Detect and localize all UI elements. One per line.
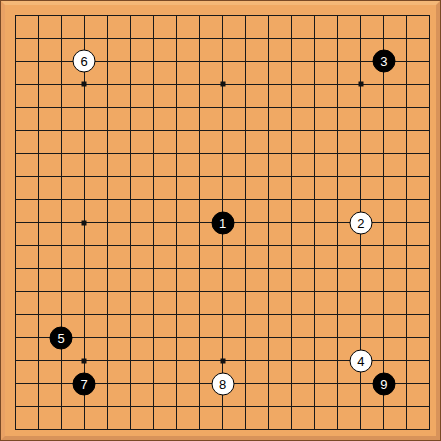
board-cell[interactable] <box>223 39 246 62</box>
board-cell[interactable] <box>223 177 246 200</box>
board-cell[interactable] <box>154 177 177 200</box>
board-cell[interactable] <box>154 407 177 430</box>
board-cell[interactable] <box>361 407 384 430</box>
board-cell[interactable] <box>200 16 223 39</box>
board-cell[interactable] <box>39 177 62 200</box>
board-cell[interactable] <box>269 200 292 223</box>
board-cell[interactable] <box>39 361 62 384</box>
board-cell[interactable] <box>246 85 269 108</box>
board-cell[interactable] <box>384 269 407 292</box>
board-cell[interactable] <box>338 246 361 269</box>
board-cell[interactable] <box>131 131 154 154</box>
board-cell[interactable] <box>246 108 269 131</box>
board-cell[interactable] <box>338 39 361 62</box>
board-cell[interactable] <box>223 292 246 315</box>
board-cell[interactable] <box>223 154 246 177</box>
board-cell[interactable] <box>246 177 269 200</box>
board-cell[interactable] <box>384 292 407 315</box>
board-cell[interactable] <box>154 315 177 338</box>
board-cell[interactable] <box>16 315 39 338</box>
board-cell[interactable] <box>269 246 292 269</box>
board-cell[interactable] <box>108 407 131 430</box>
board-cell[interactable] <box>384 407 407 430</box>
board-cell[interactable] <box>108 384 131 407</box>
board-cell[interactable] <box>62 16 85 39</box>
board-cell[interactable] <box>361 16 384 39</box>
board-cell[interactable] <box>407 246 430 269</box>
board-cell[interactable] <box>200 131 223 154</box>
board-cell[interactable] <box>315 384 338 407</box>
board-cell[interactable] <box>407 292 430 315</box>
board-cell[interactable] <box>315 269 338 292</box>
board-cell[interactable] <box>315 246 338 269</box>
board-cell[interactable] <box>108 292 131 315</box>
board-cell[interactable] <box>85 131 108 154</box>
board-cell[interactable] <box>131 315 154 338</box>
board-cell[interactable] <box>361 269 384 292</box>
board-cell[interactable] <box>131 246 154 269</box>
board-cell[interactable] <box>223 131 246 154</box>
board-cell[interactable] <box>16 269 39 292</box>
star-point <box>82 82 87 87</box>
board-cell[interactable] <box>223 16 246 39</box>
board-cell[interactable] <box>407 338 430 361</box>
board-cell[interactable] <box>246 39 269 62</box>
board-cell[interactable] <box>62 246 85 269</box>
board-cell[interactable] <box>154 131 177 154</box>
board-cell[interactable] <box>177 131 200 154</box>
board-cell[interactable] <box>131 39 154 62</box>
board-cell[interactable] <box>407 62 430 85</box>
board-cell[interactable] <box>154 338 177 361</box>
board-cell[interactable] <box>39 39 62 62</box>
board-cell[interactable] <box>292 62 315 85</box>
board-cell[interactable] <box>315 292 338 315</box>
board-cell[interactable] <box>384 315 407 338</box>
board-cell[interactable] <box>292 246 315 269</box>
board-cell[interactable] <box>223 269 246 292</box>
board-cell[interactable] <box>246 269 269 292</box>
board-cell[interactable] <box>200 108 223 131</box>
board-cell[interactable] <box>338 85 361 108</box>
board-cell[interactable] <box>16 407 39 430</box>
board-cell[interactable] <box>154 384 177 407</box>
board-cell[interactable] <box>315 361 338 384</box>
board-cell[interactable] <box>62 292 85 315</box>
star-point <box>82 220 87 225</box>
board-cell[interactable] <box>361 131 384 154</box>
board-cell[interactable] <box>292 407 315 430</box>
board-cell[interactable] <box>85 315 108 338</box>
board-cell[interactable] <box>39 131 62 154</box>
board-cell[interactable] <box>154 269 177 292</box>
board-cell[interactable] <box>269 269 292 292</box>
board-cell[interactable] <box>315 39 338 62</box>
stone-5-black[interactable]: 5 <box>50 326 73 349</box>
board-cell[interactable] <box>16 223 39 246</box>
board-cell[interactable] <box>246 315 269 338</box>
board-cell[interactable] <box>292 223 315 246</box>
board-cell[interactable] <box>85 292 108 315</box>
board-cell[interactable] <box>177 246 200 269</box>
board-cell[interactable] <box>223 246 246 269</box>
board-cell[interactable] <box>39 62 62 85</box>
board-cell[interactable] <box>315 407 338 430</box>
board-cell[interactable] <box>62 85 85 108</box>
board-cell[interactable] <box>315 85 338 108</box>
board-cell[interactable] <box>154 108 177 131</box>
board-cell[interactable] <box>269 131 292 154</box>
stone-3-black[interactable]: 3 <box>372 50 395 73</box>
board-cell[interactable] <box>177 200 200 223</box>
board-cell[interactable] <box>407 39 430 62</box>
board-cell[interactable] <box>108 269 131 292</box>
board-cell[interactable] <box>269 154 292 177</box>
stone-7-black[interactable]: 7 <box>73 372 96 395</box>
board-cell[interactable] <box>39 223 62 246</box>
board-cell[interactable] <box>62 108 85 131</box>
board-cell[interactable] <box>177 292 200 315</box>
board-cell[interactable] <box>292 269 315 292</box>
board-cell[interactable] <box>315 154 338 177</box>
board-cell[interactable] <box>39 269 62 292</box>
board-cell[interactable] <box>246 407 269 430</box>
board-cell[interactable] <box>269 16 292 39</box>
board-cell[interactable] <box>292 39 315 62</box>
board-cell[interactable] <box>269 407 292 430</box>
board-cell[interactable] <box>108 85 131 108</box>
board-cell[interactable] <box>108 223 131 246</box>
board-cell[interactable] <box>384 16 407 39</box>
board-cell[interactable] <box>315 223 338 246</box>
board-cell[interactable] <box>338 131 361 154</box>
board-cell[interactable] <box>177 407 200 430</box>
board-cell[interactable] <box>131 108 154 131</box>
board-cell[interactable] <box>108 62 131 85</box>
board-cell[interactable] <box>246 361 269 384</box>
board-cell[interactable] <box>315 200 338 223</box>
stone-8-white[interactable]: 8 <box>211 372 234 395</box>
board-cell[interactable] <box>131 407 154 430</box>
board-cell[interactable] <box>315 16 338 39</box>
board-cell[interactable] <box>246 62 269 85</box>
board-cell[interactable] <box>177 108 200 131</box>
board-cell[interactable] <box>338 269 361 292</box>
board-cell[interactable] <box>108 361 131 384</box>
board-cell[interactable] <box>292 154 315 177</box>
board-cell[interactable] <box>315 108 338 131</box>
board-cell[interactable] <box>154 16 177 39</box>
board-cell[interactable] <box>177 269 200 292</box>
board-cell[interactable] <box>131 200 154 223</box>
board-cell[interactable] <box>384 131 407 154</box>
board-cell[interactable] <box>269 108 292 131</box>
board-cell[interactable] <box>16 384 39 407</box>
board-cell[interactable] <box>154 62 177 85</box>
board-cell[interactable] <box>108 200 131 223</box>
board-cell[interactable] <box>177 16 200 39</box>
board-cell[interactable] <box>177 154 200 177</box>
board-cell[interactable] <box>131 16 154 39</box>
board-cell[interactable] <box>292 200 315 223</box>
board-cell[interactable] <box>338 315 361 338</box>
board-cell[interactable] <box>292 177 315 200</box>
board-cell[interactable] <box>177 223 200 246</box>
board-cell[interactable] <box>246 223 269 246</box>
board-cell[interactable] <box>292 361 315 384</box>
board-cell[interactable] <box>315 177 338 200</box>
board-cell[interactable] <box>177 62 200 85</box>
board-cell[interactable] <box>177 177 200 200</box>
board-cell[interactable] <box>338 154 361 177</box>
board-cell[interactable] <box>246 16 269 39</box>
board-cell[interactable] <box>407 16 430 39</box>
board-cell[interactable] <box>85 246 108 269</box>
board-cell[interactable] <box>16 177 39 200</box>
board-cell[interactable] <box>269 292 292 315</box>
board-cell[interactable] <box>177 361 200 384</box>
board-cell[interactable] <box>131 361 154 384</box>
board-cell[interactable] <box>200 246 223 269</box>
board-cell[interactable] <box>39 246 62 269</box>
board-cell[interactable] <box>407 384 430 407</box>
board-cell[interactable] <box>315 338 338 361</box>
board-cell[interactable] <box>384 177 407 200</box>
board-cell[interactable] <box>16 200 39 223</box>
board-cell[interactable] <box>131 85 154 108</box>
board-cell[interactable] <box>16 131 39 154</box>
board-cell[interactable] <box>407 269 430 292</box>
board-cell[interactable] <box>315 131 338 154</box>
board-cell[interactable] <box>338 108 361 131</box>
stone-9-black[interactable]: 9 <box>372 372 395 395</box>
board-cell[interactable] <box>131 384 154 407</box>
board-cell[interactable] <box>292 16 315 39</box>
board-cell[interactable] <box>361 177 384 200</box>
board-cell[interactable] <box>407 223 430 246</box>
board-cell[interactable] <box>338 384 361 407</box>
board-cell[interactable] <box>200 85 223 108</box>
board-cell[interactable] <box>200 269 223 292</box>
board-cell[interactable] <box>223 85 246 108</box>
board-cell[interactable] <box>39 85 62 108</box>
board-cell[interactable] <box>384 223 407 246</box>
board-cell[interactable] <box>131 154 154 177</box>
board-cell[interactable] <box>62 131 85 154</box>
board-cell[interactable] <box>223 407 246 430</box>
board-cell[interactable] <box>85 108 108 131</box>
board-cell[interactable] <box>246 154 269 177</box>
board-cell[interactable] <box>292 131 315 154</box>
board-cell[interactable] <box>108 177 131 200</box>
board-cell[interactable] <box>269 62 292 85</box>
board-cell[interactable] <box>16 108 39 131</box>
board-cell[interactable] <box>223 62 246 85</box>
board-cell[interactable] <box>269 338 292 361</box>
board-cell[interactable] <box>85 154 108 177</box>
board-cell[interactable] <box>315 315 338 338</box>
board-cell[interactable] <box>246 200 269 223</box>
board-cell[interactable] <box>16 16 39 39</box>
board-cell[interactable] <box>177 39 200 62</box>
board-cell[interactable] <box>292 338 315 361</box>
board-cell[interactable] <box>62 177 85 200</box>
board-cell[interactable] <box>292 384 315 407</box>
board-cell[interactable] <box>16 85 39 108</box>
board-cell[interactable] <box>85 16 108 39</box>
board-cell[interactable] <box>131 269 154 292</box>
board-cell[interactable] <box>246 292 269 315</box>
board-cell[interactable] <box>292 108 315 131</box>
board-cell[interactable] <box>384 338 407 361</box>
board-cell[interactable] <box>200 407 223 430</box>
stone-6-white[interactable]: 6 <box>73 50 96 73</box>
board-cell[interactable] <box>39 154 62 177</box>
board-cell[interactable] <box>16 62 39 85</box>
board-cell[interactable] <box>200 154 223 177</box>
board-cell[interactable] <box>39 292 62 315</box>
board-cell[interactable] <box>108 39 131 62</box>
board-cell[interactable] <box>200 315 223 338</box>
board-cell[interactable] <box>407 85 430 108</box>
board-cell[interactable] <box>269 384 292 407</box>
stone-2-white[interactable]: 2 <box>349 211 372 234</box>
board-cell[interactable] <box>407 315 430 338</box>
board-cell[interactable] <box>39 200 62 223</box>
board-cell[interactable] <box>39 108 62 131</box>
board-cell[interactable] <box>407 108 430 131</box>
board-cell[interactable] <box>407 154 430 177</box>
board-cell[interactable] <box>62 269 85 292</box>
star-point <box>220 358 225 363</box>
board-cell[interactable] <box>407 177 430 200</box>
board-cell[interactable] <box>39 407 62 430</box>
board-cell[interactable] <box>154 200 177 223</box>
board-cell[interactable] <box>407 407 430 430</box>
stone-4-white[interactable]: 4 <box>349 349 372 372</box>
board-cell[interactable] <box>338 292 361 315</box>
board-cell[interactable] <box>246 384 269 407</box>
board-cell[interactable] <box>384 85 407 108</box>
board-cell[interactable] <box>269 361 292 384</box>
board-cell[interactable] <box>154 223 177 246</box>
stone-1-black[interactable]: 1 <box>211 211 234 234</box>
board-cell[interactable] <box>384 246 407 269</box>
board-cell[interactable] <box>154 361 177 384</box>
board-cell[interactable] <box>154 246 177 269</box>
board-cell[interactable] <box>108 108 131 131</box>
board-cell[interactable] <box>108 246 131 269</box>
board-cell[interactable] <box>131 177 154 200</box>
board-cell[interactable] <box>16 361 39 384</box>
board-cell[interactable] <box>62 223 85 246</box>
board-cell[interactable] <box>361 85 384 108</box>
board-cell[interactable] <box>200 39 223 62</box>
board-cell[interactable] <box>108 131 131 154</box>
board-cell[interactable] <box>16 338 39 361</box>
board-cell[interactable] <box>16 292 39 315</box>
board-cell[interactable] <box>269 39 292 62</box>
board-cell[interactable] <box>361 315 384 338</box>
board-cell[interactable] <box>338 407 361 430</box>
board-cell[interactable] <box>16 246 39 269</box>
board-cell[interactable] <box>246 131 269 154</box>
board-cell[interactable] <box>292 85 315 108</box>
board-cell[interactable] <box>269 315 292 338</box>
board-cell[interactable] <box>85 407 108 430</box>
board-cell[interactable] <box>200 292 223 315</box>
board-cell[interactable] <box>361 292 384 315</box>
board-cell[interactable] <box>16 154 39 177</box>
board-cell[interactable] <box>361 108 384 131</box>
board-cell[interactable] <box>177 85 200 108</box>
board-cell[interactable] <box>407 200 430 223</box>
board-cell[interactable] <box>131 62 154 85</box>
board-cell[interactable] <box>223 108 246 131</box>
board-cell[interactable] <box>85 269 108 292</box>
board-cell[interactable] <box>361 154 384 177</box>
board-cell[interactable] <box>223 315 246 338</box>
board-cell[interactable] <box>108 338 131 361</box>
board-cell[interactable] <box>246 246 269 269</box>
board-cell[interactable] <box>200 177 223 200</box>
board-cell[interactable] <box>223 338 246 361</box>
board-cell[interactable] <box>39 384 62 407</box>
board-cell[interactable] <box>407 361 430 384</box>
star-point <box>82 358 87 363</box>
board-cell[interactable] <box>85 223 108 246</box>
board-cell[interactable] <box>131 292 154 315</box>
board-cell[interactable] <box>177 338 200 361</box>
board-cell[interactable] <box>154 154 177 177</box>
board-cell[interactable] <box>177 384 200 407</box>
board-cell[interactable] <box>85 338 108 361</box>
board-cell[interactable] <box>338 16 361 39</box>
board-cell[interactable] <box>177 315 200 338</box>
board-cell[interactable] <box>85 85 108 108</box>
board-cell[interactable] <box>407 131 430 154</box>
board-cell[interactable] <box>154 292 177 315</box>
board-cell[interactable] <box>269 85 292 108</box>
board-cell[interactable] <box>338 177 361 200</box>
board-cell[interactable] <box>39 16 62 39</box>
board-cell[interactable] <box>361 246 384 269</box>
board-cell[interactable] <box>108 154 131 177</box>
board-cell[interactable] <box>384 200 407 223</box>
board-cell[interactable] <box>384 108 407 131</box>
board-cell[interactable] <box>108 16 131 39</box>
board-cell[interactable] <box>108 315 131 338</box>
board-cell[interactable] <box>292 315 315 338</box>
board-cell[interactable] <box>154 85 177 108</box>
star-point <box>358 82 363 87</box>
board-cell[interactable] <box>154 39 177 62</box>
board-cell[interactable] <box>292 292 315 315</box>
board-cell[interactable] <box>131 338 154 361</box>
board-cell[interactable] <box>246 338 269 361</box>
board-cell[interactable] <box>269 177 292 200</box>
board-cell[interactable] <box>85 177 108 200</box>
board-cell[interactable] <box>62 154 85 177</box>
board-cell[interactable] <box>269 223 292 246</box>
go-board[interactable]: 123456789 <box>0 0 441 441</box>
board-cell[interactable] <box>85 200 108 223</box>
board-cell[interactable] <box>131 223 154 246</box>
board-cell[interactable] <box>384 154 407 177</box>
board-cell[interactable] <box>16 39 39 62</box>
board-cell[interactable] <box>62 407 85 430</box>
board-cell[interactable] <box>315 62 338 85</box>
